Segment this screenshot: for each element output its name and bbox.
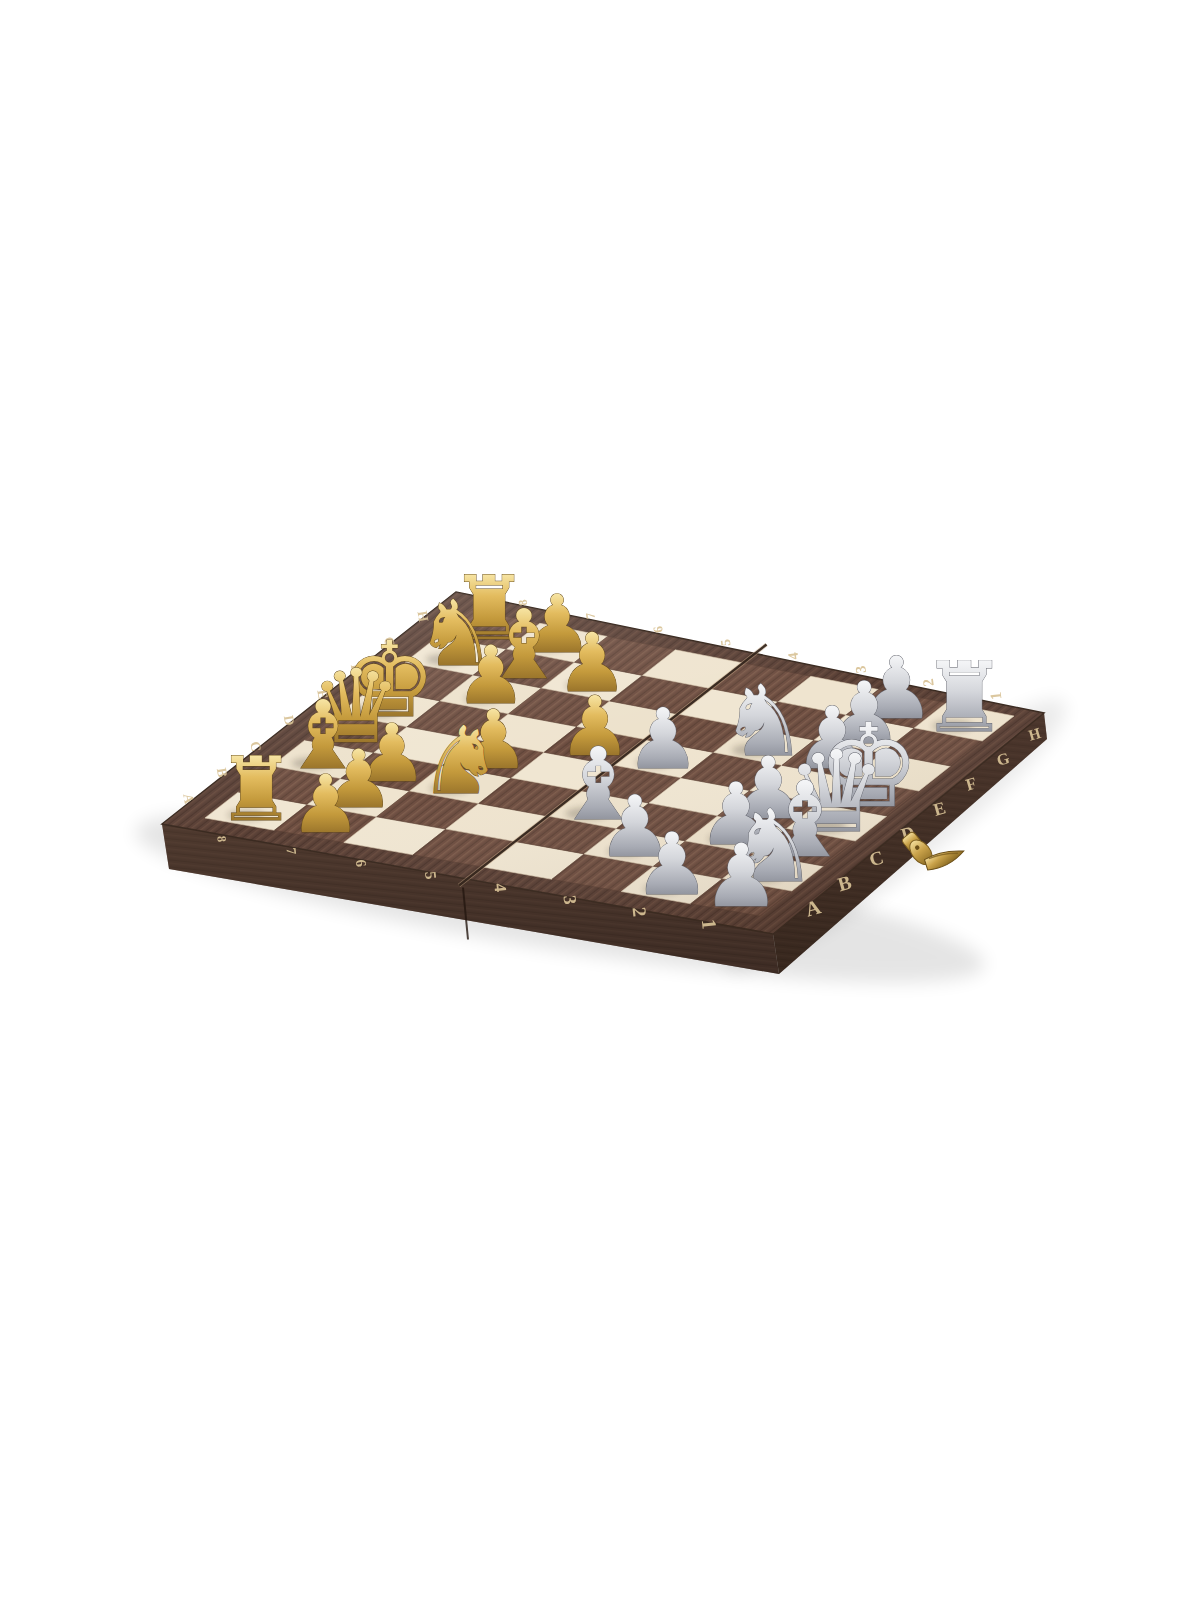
piece-gold-pawn-a7[interactable]: ♟ xyxy=(290,758,362,851)
chessboard-scene: 87654321ABCDEFGHABCDEFGH87654321♜♟♞♝♟♟♚♟… xyxy=(0,0,1200,1600)
rank-label-right-6: 6 xyxy=(650,625,666,634)
piece-gold-rook-a8[interactable]: ♜ xyxy=(217,738,296,841)
piece-gold-knight-c6[interactable]: ♞ xyxy=(419,706,503,815)
piece-silver-rook-h1[interactable]: ♜ xyxy=(921,641,1008,754)
rank-label-right-4: 4 xyxy=(784,651,801,660)
product-photo-canvas: 87654321ABCDEFGHABCDEFGH87654321♜♟♞♝♟♟♚♟… xyxy=(0,0,1200,1600)
piece-silver-pawn-a1[interactable]: ♟ xyxy=(702,825,780,927)
piece-silver-pawn-a2[interactable]: ♟ xyxy=(634,814,711,914)
rank-label-right-5: 5 xyxy=(718,638,734,647)
